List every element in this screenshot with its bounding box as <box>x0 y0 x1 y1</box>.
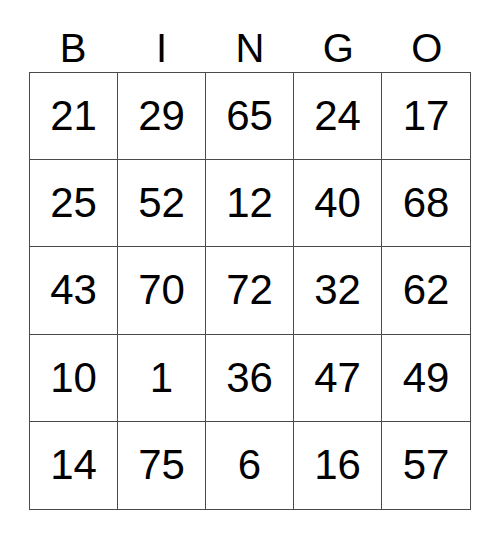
bingo-board: 2129652417255212406843707232621013647491… <box>29 72 471 510</box>
bingo-cell[interactable]: 10 <box>30 335 118 422</box>
bingo-cell[interactable]: 6 <box>206 422 294 509</box>
bingo-cell[interactable]: 21 <box>30 73 118 160</box>
bingo-card: BINGO 2129652417255212406843707232621013… <box>0 0 500 544</box>
header-letter-g: G <box>294 0 382 72</box>
header-letter-i: I <box>117 0 205 72</box>
bingo-cell[interactable]: 29 <box>118 73 206 160</box>
bingo-cell[interactable]: 24 <box>294 73 382 160</box>
header-letter-b: B <box>29 0 117 72</box>
bingo-cell[interactable]: 68 <box>382 160 470 247</box>
bingo-cell[interactable]: 62 <box>382 247 470 334</box>
bingo-cell[interactable]: 49 <box>382 335 470 422</box>
bingo-cell[interactable]: 32 <box>294 247 382 334</box>
header-letter-n: N <box>206 0 294 72</box>
bingo-cell[interactable]: 40 <box>294 160 382 247</box>
bingo-header: BINGO <box>29 0 471 72</box>
bingo-cell[interactable]: 52 <box>118 160 206 247</box>
bingo-cell[interactable]: 16 <box>294 422 382 509</box>
bingo-cell[interactable]: 12 <box>206 160 294 247</box>
bingo-cell[interactable]: 47 <box>294 335 382 422</box>
bingo-cell[interactable]: 43 <box>30 247 118 334</box>
bingo-cell[interactable]: 75 <box>118 422 206 509</box>
bingo-cell[interactable]: 36 <box>206 335 294 422</box>
bingo-cell[interactable]: 65 <box>206 73 294 160</box>
bingo-cell[interactable]: 57 <box>382 422 470 509</box>
bingo-cell[interactable]: 25 <box>30 160 118 247</box>
bingo-cell[interactable]: 14 <box>30 422 118 509</box>
bingo-cell[interactable]: 1 <box>118 335 206 422</box>
bingo-cell[interactable]: 17 <box>382 73 470 160</box>
header-letter-o: O <box>383 0 471 72</box>
bingo-cell[interactable]: 72 <box>206 247 294 334</box>
bingo-cell[interactable]: 70 <box>118 247 206 334</box>
